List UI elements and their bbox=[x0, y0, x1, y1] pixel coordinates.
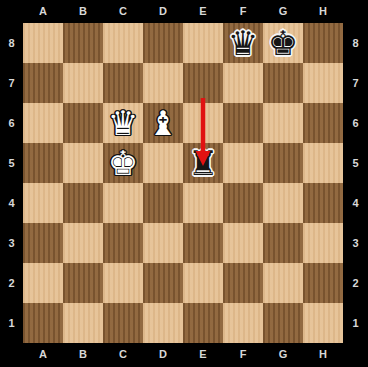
square-a2[interactable] bbox=[23, 263, 63, 303]
square-a1[interactable] bbox=[23, 303, 63, 343]
square-e3[interactable] bbox=[183, 223, 223, 263]
square-a4[interactable] bbox=[23, 183, 63, 223]
rank-label-2: 2 bbox=[0, 263, 23, 303]
chess-board: ♛♚♛♝♚♜ bbox=[23, 23, 343, 343]
square-g1[interactable] bbox=[263, 303, 303, 343]
rank-label-4: 4 bbox=[343, 183, 368, 223]
square-h6[interactable] bbox=[303, 103, 343, 143]
square-a7[interactable] bbox=[23, 63, 63, 103]
square-h2[interactable] bbox=[303, 263, 343, 303]
rank-label-1: 1 bbox=[343, 303, 368, 343]
square-g6[interactable] bbox=[263, 103, 303, 143]
square-f7[interactable] bbox=[223, 63, 263, 103]
square-c1[interactable] bbox=[103, 303, 143, 343]
rank-label-3: 3 bbox=[343, 223, 368, 263]
square-g5[interactable] bbox=[263, 143, 303, 183]
square-c5[interactable]: ♚ bbox=[103, 143, 143, 183]
rank-labels-right: 87654321 bbox=[343, 23, 368, 343]
white-bishop[interactable]: ♝ bbox=[143, 103, 183, 143]
square-g7[interactable] bbox=[263, 63, 303, 103]
square-d1[interactable] bbox=[143, 303, 183, 343]
square-h4[interactable] bbox=[303, 183, 343, 223]
square-d6[interactable]: ♝ bbox=[143, 103, 183, 143]
square-b6[interactable] bbox=[63, 103, 103, 143]
square-a8[interactable] bbox=[23, 23, 63, 63]
square-d3[interactable] bbox=[143, 223, 183, 263]
square-b1[interactable] bbox=[63, 303, 103, 343]
square-g2[interactable] bbox=[263, 263, 303, 303]
square-d2[interactable] bbox=[143, 263, 183, 303]
square-c8[interactable] bbox=[103, 23, 143, 63]
square-f3[interactable] bbox=[223, 223, 263, 263]
square-c6[interactable]: ♛ bbox=[103, 103, 143, 143]
file-labels-top: ABCDEFGH bbox=[23, 0, 343, 23]
square-c4[interactable] bbox=[103, 183, 143, 223]
file-label-c: C bbox=[103, 343, 143, 367]
square-f1[interactable] bbox=[223, 303, 263, 343]
square-b2[interactable] bbox=[63, 263, 103, 303]
square-h7[interactable] bbox=[303, 63, 343, 103]
black-rook[interactable]: ♜ bbox=[183, 143, 223, 183]
square-e8[interactable] bbox=[183, 23, 223, 63]
file-label-g: G bbox=[263, 343, 303, 367]
square-e1[interactable] bbox=[183, 303, 223, 343]
file-label-h: H bbox=[303, 0, 343, 23]
square-d5[interactable] bbox=[143, 143, 183, 183]
rank-label-6: 6 bbox=[343, 103, 368, 143]
file-label-e: E bbox=[183, 343, 223, 367]
file-label-c: C bbox=[103, 0, 143, 23]
rank-label-6: 6 bbox=[0, 103, 23, 143]
rank-label-2: 2 bbox=[343, 263, 368, 303]
white-king[interactable]: ♚ bbox=[103, 143, 143, 183]
square-c2[interactable] bbox=[103, 263, 143, 303]
rank-label-8: 8 bbox=[343, 23, 368, 63]
square-b3[interactable] bbox=[63, 223, 103, 263]
square-d4[interactable] bbox=[143, 183, 183, 223]
rank-label-5: 5 bbox=[343, 143, 368, 183]
square-c3[interactable] bbox=[103, 223, 143, 263]
rank-label-1: 1 bbox=[0, 303, 23, 343]
square-b4[interactable] bbox=[63, 183, 103, 223]
rank-label-7: 7 bbox=[343, 63, 368, 103]
file-label-h: H bbox=[303, 343, 343, 367]
rank-label-4: 4 bbox=[0, 183, 23, 223]
square-f5[interactable] bbox=[223, 143, 263, 183]
square-a3[interactable] bbox=[23, 223, 63, 263]
square-a5[interactable] bbox=[23, 143, 63, 183]
rank-labels-left: 87654321 bbox=[0, 23, 23, 343]
rank-label-8: 8 bbox=[0, 23, 23, 63]
square-h1[interactable] bbox=[303, 303, 343, 343]
file-label-a: A bbox=[23, 343, 63, 367]
file-label-b: B bbox=[63, 343, 103, 367]
white-queen[interactable]: ♛ bbox=[103, 103, 143, 143]
square-f4[interactable] bbox=[223, 183, 263, 223]
chess-board-window: ABCDEFGH ABCDEFGH 87654321 87654321 ♛♚♛♝… bbox=[0, 0, 368, 367]
square-b5[interactable] bbox=[63, 143, 103, 183]
file-labels-bottom: ABCDEFGH bbox=[23, 343, 343, 367]
file-label-d: D bbox=[143, 343, 183, 367]
file-label-e: E bbox=[183, 0, 223, 23]
file-label-f: F bbox=[223, 343, 263, 367]
square-h8[interactable] bbox=[303, 23, 343, 63]
black-queen[interactable]: ♛ bbox=[223, 23, 263, 63]
square-e6[interactable] bbox=[183, 103, 223, 143]
square-f2[interactable] bbox=[223, 263, 263, 303]
square-g8[interactable]: ♚ bbox=[263, 23, 303, 63]
square-b8[interactable] bbox=[63, 23, 103, 63]
rank-label-7: 7 bbox=[0, 63, 23, 103]
square-g4[interactable] bbox=[263, 183, 303, 223]
rank-label-3: 3 bbox=[0, 223, 23, 263]
square-g3[interactable] bbox=[263, 223, 303, 263]
square-f8[interactable]: ♛ bbox=[223, 23, 263, 63]
square-c7[interactable] bbox=[103, 63, 143, 103]
square-d7[interactable] bbox=[143, 63, 183, 103]
file-label-a: A bbox=[23, 0, 63, 23]
square-e2[interactable] bbox=[183, 263, 223, 303]
square-b7[interactable] bbox=[63, 63, 103, 103]
square-e5[interactable]: ♜ bbox=[183, 143, 223, 183]
square-h5[interactable] bbox=[303, 143, 343, 183]
file-label-b: B bbox=[63, 0, 103, 23]
square-f6[interactable] bbox=[223, 103, 263, 143]
rank-label-5: 5 bbox=[0, 143, 23, 183]
square-d8[interactable] bbox=[143, 23, 183, 63]
square-h3[interactable] bbox=[303, 223, 343, 263]
square-e4[interactable] bbox=[183, 183, 223, 223]
file-label-f: F bbox=[223, 0, 263, 23]
file-label-g: G bbox=[263, 0, 303, 23]
square-e7[interactable] bbox=[183, 63, 223, 103]
file-label-d: D bbox=[143, 0, 183, 23]
black-king[interactable]: ♚ bbox=[263, 23, 303, 63]
square-a6[interactable] bbox=[23, 103, 63, 143]
